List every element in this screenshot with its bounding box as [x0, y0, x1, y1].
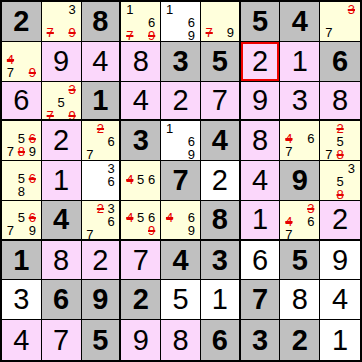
cell-r5c3[interactable]: 36	[82, 161, 122, 201]
given-digit: 3	[161, 42, 200, 81]
pencil-mark: 3	[346, 162, 357, 175]
cell-r7c5[interactable]: 4	[161, 241, 201, 281]
pencil-mark-eliminated: 9	[67, 26, 78, 39]
solved-digit: 3	[280, 82, 319, 120]
pencil-mark: 9	[225, 26, 236, 39]
pencil-mark-eliminated: 2	[95, 122, 106, 135]
pencil-mark-eliminated: 7	[124, 29, 135, 42]
pencil-marks: 467	[280, 121, 319, 160]
cell-r6c2[interactable]: 4	[42, 201, 82, 241]
given-digit: 1	[82, 82, 120, 120]
pencil-marks: 3467	[280, 201, 319, 239]
pencil-marks: 267	[82, 121, 120, 160]
pencil-marks: 2578	[320, 121, 360, 160]
cell-r6c7[interactable]: 1	[241, 201, 281, 241]
given-digit: 3	[201, 241, 239, 280]
pencil-mark: 9	[186, 148, 197, 161]
solved-digit: 9	[241, 82, 280, 120]
cell-r4c3[interactable]: 267	[82, 121, 122, 161]
cell-r3c3[interactable]: 1	[82, 82, 122, 122]
solved-digit: 8	[121, 42, 160, 81]
cell-r1c6[interactable]: 79	[201, 2, 241, 42]
pencil-marks: 5679	[2, 201, 41, 239]
pencil-marks: 3579	[42, 82, 81, 120]
given-digit: 2	[2, 2, 41, 41]
cell-r3c2[interactable]: 3579	[42, 82, 82, 122]
solved-digit: 4	[320, 280, 360, 319]
cell-r7c7[interactable]: 6	[241, 241, 281, 281]
solved-digit: 5	[161, 280, 200, 319]
given-digit: 2	[280, 320, 319, 360]
solved-digit: 1	[280, 42, 319, 81]
given-digit: 4	[161, 241, 200, 280]
solved-digit: 8	[42, 241, 81, 280]
solved-digit: 4	[121, 82, 160, 120]
pencil-mark: 7	[283, 228, 294, 241]
given-digit: 4	[201, 121, 239, 160]
pencil-mark: 6	[106, 215, 117, 228]
cell-r7c4[interactable]: 7	[121, 241, 161, 281]
cell-r3c6[interactable]: 7	[201, 82, 241, 122]
cell-r8c9[interactable]: 4	[320, 280, 360, 320]
pencil-marks: 568	[2, 161, 41, 200]
given-digit: 8	[201, 201, 239, 239]
pencil-mark: 9	[27, 145, 38, 158]
solved-digit: 6	[2, 82, 41, 120]
pencil-mark: 5	[135, 211, 146, 224]
given-digit: 9	[280, 161, 319, 200]
solved-digit: 1	[201, 280, 239, 319]
cell-r2c2[interactable]: 9	[42, 42, 82, 82]
solved-digit: 8	[161, 320, 200, 360]
cell-r7c2[interactable]: 8	[42, 241, 82, 281]
given-digit: 5	[201, 42, 239, 81]
cell-r1c5[interactable]: 169	[161, 2, 201, 42]
cell-r2c9[interactable]: 6	[320, 42, 360, 82]
pencil-marks: 4569	[121, 201, 160, 239]
cell-r4c4[interactable]: 3	[121, 121, 161, 161]
given-digit: 5	[82, 320, 120, 360]
solved-digit: 1	[241, 201, 280, 239]
given-digit: 7	[241, 280, 280, 319]
cell-r4c9[interactable]: 2578	[320, 121, 360, 161]
pencil-mark: 3	[106, 202, 117, 215]
pencil-marks: 169	[161, 121, 200, 160]
solved-digit: 2	[82, 241, 120, 280]
cell-r3c1[interactable]: 6	[2, 82, 42, 122]
pencil-mark: 7	[5, 224, 16, 237]
solved-digit: 4	[241, 161, 280, 200]
pencil-mark-eliminated: 4	[5, 53, 16, 66]
pencil-mark: 1	[164, 3, 175, 16]
cell-r9c8[interactable]: 2	[280, 320, 320, 360]
cell-r2c7[interactable]: 2	[241, 42, 281, 82]
cell-r1c3[interactable]: 8	[82, 2, 122, 42]
cell-r2c6[interactable]: 5	[201, 42, 241, 82]
cell-r3c9[interactable]: 8	[320, 82, 360, 122]
solved-digit: 7	[201, 82, 239, 120]
cell-r8c1[interactable]: 3	[2, 280, 42, 320]
solved-digit: 3	[2, 280, 41, 319]
cell-r7c9[interactable]: 9	[320, 241, 360, 281]
cell-r5c8[interactable]: 9	[280, 161, 320, 201]
pencil-marks: 479	[2, 42, 41, 81]
given-digit: 1	[2, 241, 41, 280]
pencil-mark: 6	[305, 215, 316, 228]
cell-r3c4[interactable]: 4	[121, 82, 161, 122]
pencil-mark: 9	[27, 224, 38, 237]
pencil-mark: 7	[323, 26, 334, 39]
solved-digit: 9	[320, 241, 360, 280]
cell-r1c9[interactable]: 37	[320, 2, 360, 42]
cell-r8c7[interactable]: 7	[241, 280, 281, 320]
cell-r6c1[interactable]: 5679	[2, 201, 42, 241]
solved-digit: 1	[42, 161, 81, 200]
cell-r7c3[interactable]: 2	[82, 241, 122, 281]
pencil-mark: 3	[67, 3, 78, 16]
pencil-mark-eliminated: 4	[164, 211, 175, 224]
given-digit: 5	[280, 241, 319, 280]
pencil-marks: 469	[161, 201, 200, 239]
pencil-mark-eliminated: 9	[67, 109, 78, 122]
cell-r5c6[interactable]: 2	[201, 161, 241, 201]
cell-r5c9[interactable]: 358	[320, 161, 360, 201]
cell-r6c4[interactable]: 4569	[121, 201, 161, 241]
pencil-mark-eliminated: 7	[45, 109, 56, 122]
cell-r6c6[interactable]: 8	[201, 201, 241, 241]
pencil-mark-eliminated: 2	[95, 202, 106, 215]
cell-r8c2[interactable]: 6	[42, 280, 82, 320]
solved-digit: 8	[241, 121, 280, 160]
pencil-mark-eliminated: 7	[204, 26, 215, 39]
given-digit: 9	[82, 280, 120, 319]
given-digit: 2	[121, 280, 160, 319]
cell-r6c9[interactable]: 2	[320, 201, 360, 241]
cell-r1c2[interactable]: 379	[42, 2, 82, 42]
solved-digit: 7	[121, 241, 160, 280]
pencil-mark: 1	[164, 122, 175, 135]
cell-r8c5[interactable]: 5	[161, 280, 201, 320]
pencil-mark: 6	[305, 132, 316, 145]
cell-r9c2[interactable]: 7	[42, 320, 82, 360]
cell-r9c5[interactable]: 8	[161, 320, 201, 360]
pencil-mark: 7	[5, 145, 16, 158]
given-digit: 5	[241, 2, 280, 41]
cell-r4c8[interactable]: 467	[280, 121, 320, 161]
cell-r2c3[interactable]: 4	[82, 42, 122, 82]
solved-digit: 4	[2, 320, 41, 360]
cell-r5c2[interactable]: 1	[42, 161, 82, 201]
solved-digit: 2	[42, 121, 81, 160]
cell-r9c6[interactable]: 6	[201, 320, 241, 360]
pencil-mark: 7	[323, 148, 334, 161]
sudoku-board: 2379816791697954374799483521663579142793…	[0, 0, 362, 362]
cell-r5c4[interactable]: 456	[121, 161, 161, 201]
cell-r2c5[interactable]: 3	[161, 42, 201, 82]
cell-r7c1[interactable]: 1	[2, 241, 42, 281]
pencil-mark: 5	[56, 96, 67, 109]
given-digit: 4	[280, 2, 319, 41]
pencil-mark: 6	[186, 211, 197, 224]
solved-digit: 2	[201, 161, 239, 200]
pencil-marks: 456	[121, 161, 160, 200]
cell-r9c7[interactable]: 3	[241, 320, 281, 360]
pencil-mark-eliminated: 3	[346, 3, 357, 16]
pencil-mark: 6	[146, 173, 157, 186]
pencil-mark-eliminated: 4	[283, 215, 294, 228]
given-digit: 8	[82, 2, 120, 41]
pencil-mark-eliminated: 7	[45, 26, 56, 39]
solved-digit: 6	[241, 241, 280, 280]
pencil-mark-eliminated: 4	[124, 211, 135, 224]
pencil-mark: 6	[146, 211, 157, 224]
pencil-mark: 9	[186, 29, 197, 42]
cell-r2c4[interactable]: 8	[121, 42, 161, 82]
cell-r9c9[interactable]: 1	[320, 320, 360, 360]
cell-r9c4[interactable]: 9	[121, 320, 161, 360]
cell-r3c5[interactable]: 2	[161, 82, 201, 122]
pencil-marks: 379	[42, 2, 81, 41]
given-digit: 3	[121, 121, 160, 160]
pencil-mark-eliminated: 9	[27, 66, 38, 79]
cell-r8c6[interactable]: 1	[201, 280, 241, 320]
solved-digit: 2	[241, 42, 280, 81]
given-digit: 4	[42, 201, 81, 239]
pencil-mark: 5	[135, 173, 146, 186]
given-digit: 6	[42, 280, 81, 319]
pencil-mark: 7	[5, 66, 16, 79]
cell-r9c3[interactable]: 5	[82, 320, 122, 360]
solved-digit: 8	[280, 280, 319, 319]
cell-r8c8[interactable]: 8	[280, 280, 320, 320]
cell-r6c3[interactable]: 2367	[82, 201, 122, 241]
cell-r5c7[interactable]: 4	[241, 161, 281, 201]
cell-r1c1[interactable]: 2	[2, 2, 42, 42]
cell-r5c1[interactable]: 568	[2, 161, 42, 201]
pencil-marks: 358	[320, 161, 360, 200]
solved-digit: 9	[42, 42, 81, 81]
pencil-mark: 9	[186, 224, 197, 237]
pencil-mark-eliminated: 4	[124, 173, 135, 186]
solved-digit: 7	[42, 320, 81, 360]
cell-r7c6[interactable]: 3	[201, 241, 241, 281]
cell-r8c4[interactable]: 2	[121, 280, 161, 320]
pencil-marks: 56789	[2, 121, 41, 160]
cell-r6c8[interactable]: 3467	[280, 201, 320, 241]
cell-r4c1[interactable]: 56789	[2, 121, 42, 161]
cell-r1c7[interactable]: 5	[241, 2, 281, 42]
pencil-mark: 8	[16, 185, 27, 198]
cell-r1c8[interactable]: 4	[280, 2, 320, 42]
pencil-mark-eliminated: 9	[146, 224, 157, 237]
pencil-mark: 7	[85, 228, 96, 241]
pencil-mark: 6	[106, 135, 117, 148]
solved-digit: 2	[320, 201, 360, 239]
pencil-mark-eliminated: 8	[334, 148, 345, 161]
pencil-mark-eliminated: 3	[305, 202, 316, 215]
given-digit: 6	[320, 42, 360, 81]
pencil-mark: 1	[124, 3, 135, 16]
pencil-marks: 169	[161, 2, 200, 41]
cell-r4c5[interactable]: 169	[161, 121, 201, 161]
pencil-marks: 79	[201, 2, 239, 41]
pencil-mark-eliminated: 9	[146, 29, 157, 42]
pencil-marks: 37	[320, 2, 360, 41]
cell-r1c4[interactable]: 1679	[121, 2, 161, 42]
given-digit: 6	[201, 320, 239, 360]
solved-digit: 8	[320, 82, 360, 120]
pencil-mark-eliminated: 8	[334, 188, 345, 201]
solved-digit: 9	[121, 320, 160, 360]
cell-r8c3[interactable]: 9	[82, 280, 122, 320]
pencil-marks: 1679	[121, 2, 160, 41]
cell-r3c7[interactable]: 9	[241, 82, 281, 122]
cell-r9c1[interactable]: 4	[2, 320, 42, 360]
cell-r4c7[interactable]: 8	[241, 121, 281, 161]
pencil-mark-eliminated: 6	[27, 211, 38, 224]
pencil-mark: 7	[283, 145, 294, 158]
cell-r4c2[interactable]: 2	[42, 121, 82, 161]
cell-r6c5[interactable]: 469	[161, 201, 201, 241]
given-digit: 3	[241, 320, 280, 360]
pencil-mark-eliminated: 3	[67, 83, 78, 96]
pencil-mark: 7	[85, 148, 96, 161]
solved-digit: 4	[82, 42, 120, 81]
pencil-mark-eliminated: 8	[16, 145, 27, 158]
cell-r4c6[interactable]: 4	[201, 121, 241, 161]
cell-r5c5[interactable]: 7	[161, 161, 201, 201]
solved-digit: 1	[320, 320, 360, 360]
pencil-marks: 36	[82, 161, 120, 200]
cell-r3c8[interactable]: 3	[280, 82, 320, 122]
given-digit: 7	[161, 161, 200, 200]
cell-r2c8[interactable]: 1	[280, 42, 320, 82]
pencil-mark: 5	[16, 211, 27, 224]
cell-r2c1[interactable]: 479	[2, 42, 42, 82]
pencil-marks: 2367	[82, 201, 120, 239]
pencil-mark: 6	[106, 175, 117, 188]
solved-digit: 2	[161, 82, 200, 120]
cell-r7c8[interactable]: 5	[280, 241, 320, 281]
pencil-mark: 5	[16, 172, 27, 185]
pencil-mark-eliminated: 6	[27, 172, 38, 185]
